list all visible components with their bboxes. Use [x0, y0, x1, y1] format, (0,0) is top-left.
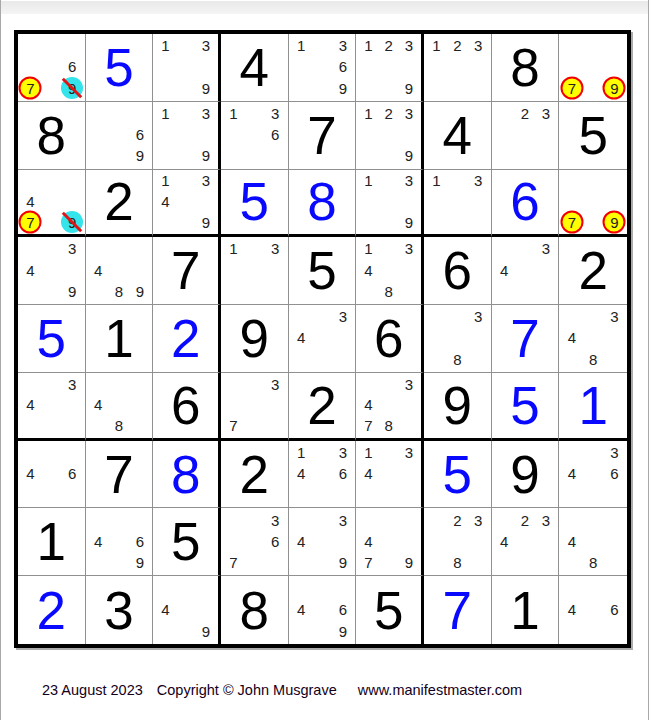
- empty-mark-slot: [426, 552, 447, 573]
- candidate-3: 3: [399, 374, 419, 395]
- empty-mark-slot: [176, 599, 196, 621]
- empty-mark-slot: [583, 599, 604, 621]
- cell-r2c9[interactable]: 5: [559, 102, 627, 170]
- cell-r7c7[interactable]: 5: [424, 441, 492, 509]
- given-digit: 5: [356, 576, 421, 644]
- cell-r7c3[interactable]: 8: [153, 441, 221, 509]
- cell-r5c8[interactable]: 7: [492, 305, 560, 373]
- candidate-4: 4: [291, 463, 312, 484]
- empty-mark-slot: [447, 531, 468, 552]
- empty-mark-slot: [41, 191, 62, 212]
- candidate-3: 3: [196, 103, 216, 124]
- cell-r8c4[interactable]: 367: [221, 508, 289, 576]
- empty-mark-slot: [20, 484, 41, 505]
- candidate-9-highlighted: 9: [604, 78, 625, 99]
- cell-r1c7[interactable]: 123: [424, 34, 492, 102]
- solved-digit: 2: [153, 305, 218, 372]
- candidate-9-eliminated: 9: [62, 78, 83, 99]
- cell-r9c6[interactable]: 5: [356, 576, 424, 644]
- pencil-marks: 489: [88, 238, 151, 302]
- empty-mark-slot: [494, 145, 515, 166]
- empty-mark-slot: [494, 103, 515, 124]
- candidate-1: 1: [426, 171, 447, 192]
- empty-mark-slot: [129, 103, 150, 124]
- cell-r8c7[interactable]: 238: [424, 508, 492, 576]
- cell-r6c2[interactable]: 48: [86, 373, 154, 441]
- empty-mark-slot: [494, 552, 515, 573]
- empty-mark-slot: [20, 238, 41, 259]
- pencil-marks: 34: [20, 374, 83, 436]
- cell-r1c9[interactable]: 79: [559, 34, 627, 102]
- empty-mark-slot: [561, 306, 582, 327]
- empty-mark-slot: [515, 281, 536, 302]
- empty-mark-slot: [312, 349, 333, 370]
- cell-r6c7[interactable]: 9: [424, 373, 492, 441]
- empty-mark-slot: [312, 35, 333, 56]
- empty-mark-slot: [379, 145, 399, 166]
- solved-digit: 5: [492, 373, 559, 438]
- empty-mark-slot: [312, 56, 333, 77]
- cell-r4c9[interactable]: 2: [559, 237, 627, 305]
- candidate-3: 3: [399, 35, 419, 56]
- cell-r3c3[interactable]: 1349: [153, 170, 221, 238]
- empty-mark-slot: [20, 374, 41, 395]
- pencil-marks: 1346: [291, 442, 354, 506]
- given-digit: 5: [153, 508, 218, 575]
- cell-r6c1[interactable]: 34: [18, 373, 86, 441]
- footer-copyright: Copyright © John Musgrave: [157, 682, 337, 698]
- candidate-4: 4: [155, 599, 175, 621]
- empty-mark-slot: [515, 552, 536, 573]
- empty-mark-slot: [583, 212, 604, 233]
- cell-r7c2[interactable]: 7: [86, 441, 154, 509]
- candidate-1: 1: [223, 238, 244, 259]
- empty-mark-slot: [399, 531, 419, 552]
- candidate-3: 3: [468, 509, 489, 530]
- empty-mark-slot: [196, 599, 216, 621]
- empty-mark-slot: [244, 260, 265, 281]
- given-digit: 2: [559, 237, 627, 304]
- empty-mark-slot: [244, 281, 265, 302]
- cell-r1c5[interactable]: 1369: [289, 34, 357, 102]
- empty-mark-slot: [223, 260, 244, 281]
- empty-mark-slot: [535, 145, 556, 166]
- empty-mark-slot: [535, 260, 556, 281]
- empty-mark-slot: [426, 349, 447, 370]
- candidate-8: 8: [583, 349, 604, 370]
- empty-mark-slot: [109, 509, 130, 530]
- candidate-3: 3: [535, 509, 556, 530]
- empty-mark-slot: [604, 191, 625, 212]
- pencil-marks: 49: [155, 577, 216, 642]
- empty-mark-slot: [129, 260, 150, 281]
- empty-mark-slot: [583, 463, 604, 484]
- empty-mark-slot: [379, 484, 399, 505]
- candidate-3: 3: [332, 509, 353, 530]
- empty-mark-slot: [41, 484, 62, 505]
- empty-mark-slot: [561, 509, 582, 530]
- candidate-8: 8: [109, 281, 130, 302]
- cell-r3c9[interactable]: 79: [559, 170, 627, 238]
- empty-mark-slot: [176, 145, 196, 166]
- candidate-1: 1: [291, 35, 312, 56]
- cell-r4c8[interactable]: 34: [492, 237, 560, 305]
- cell-r9c5[interactable]: 469: [289, 576, 357, 644]
- candidate-3: 3: [265, 509, 286, 530]
- empty-mark-slot: [379, 56, 399, 77]
- candidate-4: 4: [561, 531, 582, 552]
- candidate-6: 6: [62, 463, 83, 484]
- empty-mark-slot: [176, 56, 196, 77]
- cell-r4c1[interactable]: 349: [18, 237, 86, 305]
- empty-mark-slot: [129, 374, 150, 395]
- empty-mark-slot: [604, 509, 625, 530]
- empty-mark-slot: [535, 531, 556, 552]
- empty-mark-slot: [561, 349, 582, 370]
- empty-mark-slot: [291, 484, 312, 505]
- cell-r7c8[interactable]: 9: [492, 441, 560, 509]
- candidate-1: 1: [358, 238, 378, 259]
- empty-mark-slot: [176, 620, 196, 642]
- given-digit: 4: [424, 102, 491, 169]
- cell-r1c3[interactable]: 139: [153, 34, 221, 102]
- cell-r5c9[interactable]: 348: [559, 305, 627, 373]
- candidate-7: 7: [358, 552, 378, 573]
- pencil-marks: 37: [223, 374, 286, 436]
- empty-mark-slot: [41, 281, 62, 302]
- cell-r5c4[interactable]: 9: [221, 305, 289, 373]
- empty-mark-slot: [291, 78, 312, 99]
- cell-r1c1[interactable]: 679: [18, 34, 86, 102]
- candidate-6: 6: [129, 124, 150, 145]
- empty-mark-slot: [426, 56, 447, 77]
- given-digit: 9: [424, 373, 491, 438]
- cell-r5c7[interactable]: 38: [424, 305, 492, 373]
- cell-r2c3[interactable]: 139: [153, 102, 221, 170]
- empty-mark-slot: [291, 577, 312, 599]
- empty-mark-slot: [41, 463, 62, 484]
- cell-r8c5[interactable]: 349: [289, 508, 357, 576]
- cell-r2c6[interactable]: 1239: [356, 102, 424, 170]
- pencil-marks: 38: [426, 306, 489, 370]
- empty-mark-slot: [332, 484, 353, 505]
- empty-mark-slot: [41, 374, 62, 395]
- candidate-3: 3: [332, 442, 353, 463]
- cell-r8c2[interactable]: 469: [86, 508, 154, 576]
- given-digit: 8: [18, 102, 85, 169]
- candidate-9: 9: [399, 212, 419, 233]
- cell-r3c2[interactable]: 2: [86, 170, 154, 238]
- empty-mark-slot: [399, 415, 419, 436]
- candidate-4: 4: [20, 463, 41, 484]
- cell-r9c7[interactable]: 7: [424, 576, 492, 644]
- cell-r1c4[interactable]: 4: [221, 34, 289, 102]
- empty-mark-slot: [129, 394, 150, 415]
- empty-mark-slot: [312, 484, 333, 505]
- empty-mark-slot: [561, 442, 582, 463]
- empty-mark-slot: [604, 552, 625, 573]
- cell-r4c5[interactable]: 5: [289, 237, 357, 305]
- empty-mark-slot: [379, 260, 399, 281]
- empty-mark-slot: [41, 260, 62, 281]
- empty-mark-slot: [129, 415, 150, 436]
- empty-mark-slot: [244, 374, 265, 395]
- cell-r6c6[interactable]: 3478: [356, 373, 424, 441]
- cell-r2c5[interactable]: 7: [289, 102, 357, 170]
- empty-mark-slot: [291, 56, 312, 77]
- candidate-3: 3: [399, 442, 419, 463]
- cell-r9c3[interactable]: 49: [153, 576, 221, 644]
- cell-r8c9[interactable]: 48: [559, 508, 627, 576]
- cell-r5c1[interactable]: 5: [18, 305, 86, 373]
- empty-mark-slot: [583, 35, 604, 56]
- cell-r7c5[interactable]: 1346: [289, 441, 357, 509]
- cell-r1c2[interactable]: 5: [86, 34, 154, 102]
- cell-r7c1[interactable]: 46: [18, 441, 86, 509]
- given-digit: 5: [559, 102, 627, 169]
- candidate-8: 8: [583, 552, 604, 573]
- empty-mark-slot: [447, 56, 468, 77]
- cell-r1c6[interactable]: 1239: [356, 34, 424, 102]
- empty-mark-slot: [561, 171, 582, 192]
- candidate-7: 7: [223, 415, 244, 436]
- candidate-3: 3: [265, 103, 286, 124]
- solved-digit: 5: [221, 170, 288, 235]
- empty-mark-slot: [358, 124, 378, 145]
- cell-r6c3[interactable]: 6: [153, 373, 221, 441]
- empty-mark-slot: [312, 552, 333, 573]
- cell-r7c4[interactable]: 2: [221, 441, 289, 509]
- candidate-3: 3: [604, 306, 625, 327]
- empty-mark-slot: [265, 260, 286, 281]
- footer-website: www.manifestmaster.com: [358, 682, 522, 698]
- window-left-edge: [0, 0, 1, 720]
- solved-digit: 6: [492, 170, 559, 235]
- candidate-3: 3: [604, 442, 625, 463]
- empty-mark-slot: [291, 509, 312, 530]
- pencil-marks: 139: [358, 171, 419, 233]
- cell-r1c8[interactable]: 8: [492, 34, 560, 102]
- empty-mark-slot: [109, 531, 130, 552]
- cell-r9c8[interactable]: 1: [492, 576, 560, 644]
- given-digit: 7: [289, 102, 356, 169]
- cell-r9c1[interactable]: 2: [18, 576, 86, 644]
- given-digit: 7: [153, 237, 218, 304]
- empty-mark-slot: [468, 56, 489, 77]
- solved-digit: 2: [18, 576, 85, 644]
- cell-r4c7[interactable]: 6: [424, 237, 492, 305]
- empty-mark-slot: [379, 394, 399, 415]
- cell-r7c6[interactable]: 134: [356, 441, 424, 509]
- empty-mark-slot: [62, 35, 83, 56]
- given-digit: 2: [221, 441, 288, 508]
- candidate-4: 4: [561, 599, 582, 621]
- candidate-1: 1: [155, 171, 175, 192]
- pencil-marks: 349: [291, 509, 354, 573]
- empty-mark-slot: [244, 238, 265, 259]
- empty-mark-slot: [41, 442, 62, 463]
- empty-mark-slot: [583, 78, 604, 99]
- candidate-3: 3: [399, 171, 419, 192]
- candidate-6: 6: [332, 463, 353, 484]
- candidate-4: 4: [358, 531, 378, 552]
- empty-mark-slot: [399, 509, 419, 530]
- cell-r6c5[interactable]: 2: [289, 373, 357, 441]
- pencil-marks: 367: [223, 509, 286, 573]
- empty-mark-slot: [41, 212, 62, 233]
- candidate-6: 6: [265, 124, 286, 145]
- candidate-3: 3: [535, 238, 556, 259]
- cell-r5c5[interactable]: 34: [289, 305, 357, 373]
- cell-r8c1[interactable]: 1: [18, 508, 86, 576]
- empty-mark-slot: [88, 509, 109, 530]
- empty-mark-slot: [244, 531, 265, 552]
- cell-r9c2[interactable]: 3: [86, 576, 154, 644]
- empty-mark-slot: [291, 552, 312, 573]
- cell-r2c4[interactable]: 136: [221, 102, 289, 170]
- empty-mark-slot: [155, 212, 175, 233]
- candidate-6: 6: [62, 56, 83, 77]
- candidate-1: 1: [155, 103, 175, 124]
- empty-mark-slot: [62, 260, 83, 281]
- empty-mark-slot: [447, 327, 468, 348]
- empty-mark-slot: [515, 145, 536, 166]
- candidate-8: 8: [379, 281, 399, 302]
- cell-r8c3[interactable]: 5: [153, 508, 221, 576]
- cell-r3c1[interactable]: 479: [18, 170, 86, 238]
- cell-r6c8[interactable]: 5: [492, 373, 560, 441]
- empty-mark-slot: [62, 415, 83, 436]
- cell-r3c6[interactable]: 139: [356, 170, 424, 238]
- cell-r3c4[interactable]: 5: [221, 170, 289, 238]
- empty-mark-slot: [223, 531, 244, 552]
- candidate-3: 3: [399, 103, 419, 124]
- candidate-9: 9: [196, 620, 216, 642]
- candidate-9: 9: [62, 281, 83, 302]
- empty-mark-slot: [379, 552, 399, 573]
- candidate-1: 1: [358, 171, 378, 192]
- candidate-6: 6: [332, 599, 353, 621]
- given-digit: 7: [86, 441, 153, 508]
- empty-mark-slot: [399, 56, 419, 77]
- empty-mark-slot: [129, 509, 150, 530]
- empty-mark-slot: [312, 599, 333, 621]
- pencil-marks: 1239: [358, 103, 419, 167]
- empty-mark-slot: [332, 327, 353, 348]
- empty-mark-slot: [41, 35, 62, 56]
- empty-mark-slot: [604, 35, 625, 56]
- empty-mark-slot: [265, 552, 286, 573]
- solved-digit: 5: [18, 305, 85, 372]
- empty-mark-slot: [291, 306, 312, 327]
- cell-r8c6[interactable]: 479: [356, 508, 424, 576]
- empty-mark-slot: [561, 35, 582, 56]
- empty-mark-slot: [176, 191, 196, 212]
- candidate-4: 4: [291, 327, 312, 348]
- given-digit: 6: [424, 237, 491, 304]
- empty-mark-slot: [379, 171, 399, 192]
- empty-mark-slot: [196, 56, 216, 77]
- cell-r3c5[interactable]: 8: [289, 170, 357, 238]
- cell-r2c7[interactable]: 4: [424, 102, 492, 170]
- empty-mark-slot: [426, 509, 447, 530]
- candidate-3: 3: [468, 35, 489, 56]
- cell-r5c6[interactable]: 6: [356, 305, 424, 373]
- empty-mark-slot: [88, 374, 109, 395]
- cell-r4c3[interactable]: 7: [153, 237, 221, 305]
- pencil-marks: 34: [494, 238, 557, 302]
- empty-mark-slot: [41, 171, 62, 192]
- window-right-edge: [648, 0, 649, 720]
- candidate-7-highlighted: 7: [20, 212, 41, 233]
- candidate-1: 1: [358, 35, 378, 56]
- empty-mark-slot: [312, 531, 333, 552]
- candidate-4: 4: [291, 599, 312, 621]
- empty-mark-slot: [155, 124, 175, 145]
- given-digit: 8: [492, 34, 559, 101]
- empty-mark-slot: [583, 56, 604, 77]
- empty-mark-slot: [312, 442, 333, 463]
- pencil-marks: 348: [561, 306, 625, 370]
- cell-r4c6[interactable]: 1348: [356, 237, 424, 305]
- cell-r7c9[interactable]: 346: [559, 441, 627, 509]
- empty-mark-slot: [561, 56, 582, 77]
- candidate-3: 3: [196, 35, 216, 56]
- candidate-4: 4: [494, 531, 515, 552]
- footer: 23 August 2023 Copyright © John Musgrave…: [42, 680, 522, 700]
- cell-r9c4[interactable]: 8: [221, 576, 289, 644]
- cell-r9c9[interactable]: 46: [559, 576, 627, 644]
- candidate-8: 8: [109, 415, 130, 436]
- empty-mark-slot: [41, 78, 62, 99]
- solved-digit: 7: [424, 576, 491, 644]
- empty-mark-slot: [379, 463, 399, 484]
- pencil-marks: 79: [561, 171, 625, 233]
- candidate-3: 3: [535, 103, 556, 124]
- candidate-9: 9: [399, 145, 419, 166]
- cell-r3c7[interactable]: 13: [424, 170, 492, 238]
- cell-r6c9[interactable]: 1: [559, 373, 627, 441]
- empty-mark-slot: [109, 238, 130, 259]
- empty-mark-slot: [20, 171, 41, 192]
- empty-mark-slot: [494, 509, 515, 530]
- empty-mark-slot: [223, 281, 244, 302]
- candidate-3: 3: [62, 238, 83, 259]
- cell-r8c8[interactable]: 234: [492, 508, 560, 576]
- empty-mark-slot: [583, 171, 604, 192]
- candidate-7: 7: [358, 415, 378, 436]
- cell-r6c4[interactable]: 37: [221, 373, 289, 441]
- empty-mark-slot: [379, 191, 399, 212]
- empty-mark-slot: [155, 620, 175, 642]
- cell-r4c4[interactable]: 13: [221, 237, 289, 305]
- cell-r5c3[interactable]: 2: [153, 305, 221, 373]
- empty-mark-slot: [196, 577, 216, 599]
- cell-r3c8[interactable]: 6: [492, 170, 560, 238]
- cell-r2c2[interactable]: 69: [86, 102, 154, 170]
- cell-r2c1[interactable]: 8: [18, 102, 86, 170]
- pencil-marks: 1348: [358, 238, 419, 302]
- cell-r5c2[interactable]: 1: [86, 305, 154, 373]
- cell-r4c2[interactable]: 489: [86, 237, 154, 305]
- candidate-1: 1: [358, 442, 378, 463]
- pencil-marks: 48: [561, 509, 625, 573]
- candidate-4: 4: [88, 394, 109, 415]
- given-digit: 4: [221, 34, 288, 101]
- candidate-1: 1: [291, 442, 312, 463]
- cell-r2c8[interactable]: 23: [492, 102, 560, 170]
- empty-mark-slot: [109, 145, 130, 166]
